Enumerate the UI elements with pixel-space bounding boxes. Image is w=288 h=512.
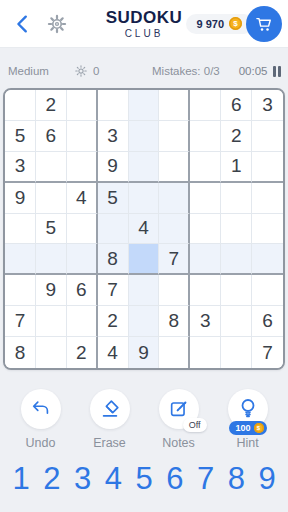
cell-r5c2[interactable]: 5 (36, 214, 67, 245)
chevron-left-icon (12, 13, 34, 35)
cell-r2c9[interactable] (252, 121, 283, 152)
cell-r2c4[interactable]: 3 (98, 121, 129, 152)
cell-r9c6[interactable] (159, 337, 190, 368)
cell-r1c1[interactable] (5, 90, 36, 121)
cell-r2c6[interactable] (159, 121, 190, 152)
erase-button[interactable]: Erase (75, 389, 144, 450)
cell-r3c8[interactable]: 1 (221, 152, 252, 183)
cell-r7c1[interactable] (5, 275, 36, 306)
cell-r3c4[interactable]: 9 (98, 152, 129, 183)
cell-r4c8[interactable] (221, 183, 252, 214)
cell-r9c2[interactable] (36, 337, 67, 368)
status-bar: Medium 0 Mistakes: 0/3 00:05 (0, 61, 288, 81)
cell-r5c6[interactable] (159, 214, 190, 245)
cell-r9c8[interactable] (221, 337, 252, 368)
notes-circle: Off (159, 389, 199, 429)
cell-r7c5[interactable] (129, 275, 160, 306)
cell-r7c9[interactable] (252, 275, 283, 306)
coin-icon: $ (229, 17, 242, 30)
erase-label: Erase (93, 436, 126, 450)
hint-cost-value: 100 (235, 423, 250, 433)
cell-r8c3[interactable] (67, 306, 98, 337)
cell-r9c5[interactable]: 9 (129, 337, 160, 368)
sudoku-board: 263563239194554879677283682497 (3, 88, 285, 370)
numpad-key-1[interactable]: 1 (10, 463, 32, 494)
cell-r1c9[interactable]: 3 (252, 90, 283, 121)
numpad-key-4[interactable]: 4 (102, 463, 124, 494)
pause-button[interactable] (273, 66, 282, 77)
cell-r3c1[interactable]: 3 (5, 152, 36, 183)
cell-r2c5[interactable] (129, 121, 160, 152)
cell-r9c3[interactable]: 2 (67, 337, 98, 368)
cell-r7c8[interactable] (221, 275, 252, 306)
cell-r8c9[interactable]: 6 (252, 306, 283, 337)
coin-wallet[interactable]: 9 970 $ (186, 6, 282, 42)
title-club: CLUB (106, 29, 183, 39)
hint-button[interactable]: 100 $ Hint (213, 389, 282, 450)
cell-r9c4[interactable]: 4 (98, 337, 129, 368)
cell-r7c3[interactable]: 6 (67, 275, 98, 306)
cell-r3c2[interactable] (36, 152, 67, 183)
cell-r8c2[interactable] (36, 306, 67, 337)
numpad-key-8[interactable]: 8 (225, 463, 247, 494)
cell-r6c9[interactable] (252, 244, 283, 275)
cell-r1c2[interactable]: 2 (36, 90, 67, 121)
cell-r6c7[interactable] (190, 244, 221, 275)
lightbulb-icon (236, 397, 260, 421)
cell-r3c3[interactable] (67, 152, 98, 183)
cell-r3c9[interactable] (252, 152, 283, 183)
cell-r4c3[interactable]: 4 (67, 183, 98, 214)
cell-r7c2[interactable]: 9 (36, 275, 67, 306)
cell-r5c4[interactable] (98, 214, 129, 245)
timer-value: 00:05 (239, 65, 268, 77)
undo-button[interactable]: Undo (6, 389, 75, 450)
hint-label: Hint (236, 436, 258, 450)
tool-bar: Undo Erase Off Notes (0, 389, 288, 450)
cell-r8c7[interactable]: 3 (190, 306, 221, 337)
back-button[interactable] (10, 11, 36, 37)
title-sudoku: SUDOKU (106, 9, 183, 26)
cell-r3c5[interactable] (129, 152, 160, 183)
cell-r1c3[interactable] (67, 90, 98, 121)
numpad-key-3[interactable]: 3 (72, 463, 94, 494)
cell-r1c4[interactable] (98, 90, 129, 121)
settings-button[interactable] (44, 11, 70, 37)
cell-r6c3[interactable] (67, 244, 98, 275)
top-bar: SUDOKU CLUB 9 970 $ (0, 0, 288, 48)
cell-r6c6[interactable]: 7 (159, 244, 190, 275)
cell-r8c6[interactable]: 8 (159, 306, 190, 337)
cell-r8c1[interactable]: 7 (5, 306, 36, 337)
cell-r4c1[interactable]: 9 (5, 183, 36, 214)
cell-r6c1[interactable] (5, 244, 36, 275)
cell-r5c7[interactable] (190, 214, 221, 245)
numpad-key-7[interactable]: 7 (195, 463, 217, 494)
numpad-key-5[interactable]: 5 (133, 463, 155, 494)
coin-amount: 9 970 (196, 18, 224, 30)
number-pad: 123456789 (0, 463, 288, 494)
cell-r3c7[interactable] (190, 152, 221, 183)
cell-r7c4[interactable]: 7 (98, 275, 129, 306)
app-title: SUDOKU CLUB (106, 9, 183, 39)
mistakes-counter: Mistakes: 0/3 (152, 65, 220, 77)
cell-r8c4[interactable]: 2 (98, 306, 129, 337)
cell-r1c7[interactable] (190, 90, 221, 121)
star-burst-icon (74, 64, 88, 78)
cell-r8c5[interactable] (129, 306, 160, 337)
cart-icon (254, 14, 274, 34)
numpad-key-6[interactable]: 6 (164, 463, 186, 494)
notes-off-badge: Off (183, 418, 207, 432)
cell-r1c5[interactable] (129, 90, 160, 121)
cell-r2c1[interactable]: 5 (5, 121, 36, 152)
cell-r9c9[interactable]: 7 (252, 337, 283, 368)
cell-r6c2[interactable] (36, 244, 67, 275)
cell-r4c5[interactable] (129, 183, 160, 214)
hint-coin-icon: $ (254, 423, 264, 433)
hint-cost-badge: 100 $ (228, 421, 266, 435)
cell-r7c7[interactable] (190, 275, 221, 306)
cell-r4c2[interactable] (36, 183, 67, 214)
numpad-key-2[interactable]: 2 (41, 463, 63, 494)
eraser-icon (99, 398, 121, 420)
cell-r8c8[interactable] (221, 306, 252, 337)
undo-icon (30, 398, 52, 420)
cell-r5c9[interactable] (252, 214, 283, 245)
cell-r7c6[interactable] (159, 275, 190, 306)
cell-r2c2[interactable]: 6 (36, 121, 67, 152)
cell-r6c5[interactable] (129, 244, 160, 275)
cell-r9c7[interactable] (190, 337, 221, 368)
notes-label: Notes (162, 436, 195, 450)
cell-r5c5[interactable]: 4 (129, 214, 160, 245)
score-indicator: 0 (74, 64, 99, 78)
cell-r5c1[interactable] (5, 214, 36, 245)
cell-r2c8[interactable]: 2 (221, 121, 252, 152)
cell-r4c6[interactable] (159, 183, 190, 214)
erase-circle (90, 389, 130, 429)
cell-r4c7[interactable] (190, 183, 221, 214)
cell-r1c6[interactable] (159, 90, 190, 121)
pencil-note-icon (168, 398, 190, 420)
cell-r9c1[interactable]: 8 (5, 337, 36, 368)
cell-r6c8[interactable] (221, 244, 252, 275)
cell-r4c9[interactable] (252, 183, 283, 214)
cell-r2c7[interactable] (190, 121, 221, 152)
gear-icon (46, 13, 68, 35)
shop-button[interactable] (246, 6, 282, 42)
cell-r4c4[interactable]: 5 (98, 183, 129, 214)
coin-pill: 9 970 $ (186, 14, 254, 34)
timer-group: 00:05 (239, 65, 281, 77)
numpad-key-9[interactable]: 9 (256, 463, 278, 494)
undo-circle (21, 389, 61, 429)
cell-r5c3[interactable] (67, 214, 98, 245)
undo-label: Undo (26, 436, 56, 450)
cell-r5c8[interactable] (221, 214, 252, 245)
score-value: 0 (93, 65, 99, 77)
cell-r6c4[interactable]: 8 (98, 244, 129, 275)
cell-r3c6[interactable] (159, 152, 190, 183)
hint-circle: 100 $ (228, 389, 268, 429)
cell-r2c3[interactable] (67, 121, 98, 152)
difficulty-label[interactable]: Medium (8, 65, 49, 77)
notes-button[interactable]: Off Notes (144, 389, 213, 450)
cell-r1c8[interactable]: 6 (221, 90, 252, 121)
